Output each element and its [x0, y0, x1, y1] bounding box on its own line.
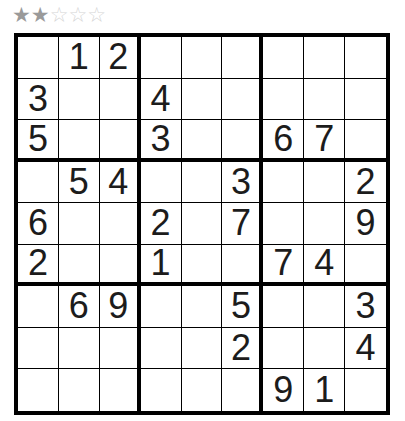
cell-r2c5[interactable] [182, 79, 223, 121]
cell-r8c2[interactable] [59, 328, 100, 370]
cell-r1c4[interactable] [141, 37, 182, 79]
star-empty-icon: ☆ [87, 3, 106, 27]
cell-r6c7[interactable]: 7 [263, 245, 304, 287]
cell-r1c8[interactable] [304, 37, 345, 79]
cell-r9c8[interactable]: 1 [304, 369, 345, 411]
cell-r3c5[interactable] [182, 120, 223, 162]
star-filled-icon: ★ [12, 3, 31, 27]
cell-r1c1[interactable] [18, 37, 59, 79]
cell-r3c8[interactable]: 7 [304, 120, 345, 162]
cell-r7c4[interactable] [141, 286, 182, 328]
cell-r4c7[interactable] [263, 162, 304, 204]
star-empty-icon: ☆ [50, 3, 69, 27]
cell-r2c6[interactable] [222, 79, 263, 121]
cell-r3c6[interactable] [222, 120, 263, 162]
cell-r4c6[interactable]: 3 [222, 162, 263, 204]
cell-r4c5[interactable] [182, 162, 223, 204]
cell-r1c9[interactable] [345, 37, 386, 79]
cell-r4c8[interactable] [304, 162, 345, 204]
cell-r8c9[interactable]: 4 [345, 328, 386, 370]
cell-r8c5[interactable] [182, 328, 223, 370]
cell-r1c7[interactable] [263, 37, 304, 79]
cell-r8c8[interactable] [304, 328, 345, 370]
cell-r1c5[interactable] [182, 37, 223, 79]
cell-r8c4[interactable] [141, 328, 182, 370]
cell-r5c5[interactable] [182, 203, 223, 245]
cell-r1c3[interactable]: 2 [100, 37, 141, 79]
cell-r6c1[interactable]: 2 [18, 245, 59, 287]
cell-r7c5[interactable] [182, 286, 223, 328]
cell-r1c2[interactable]: 1 [59, 37, 100, 79]
cell-r4c9[interactable]: 2 [345, 162, 386, 204]
cell-r9c3[interactable] [100, 369, 141, 411]
cell-r5c7[interactable] [263, 203, 304, 245]
cell-r5c2[interactable] [59, 203, 100, 245]
cell-r3c4[interactable]: 3 [141, 120, 182, 162]
cell-r9c2[interactable] [59, 369, 100, 411]
difficulty-rating: ★★☆☆☆ [12, 3, 106, 27]
cell-r9c6[interactable] [222, 369, 263, 411]
star-empty-icon: ☆ [68, 3, 87, 27]
cell-r7c6[interactable]: 5 [222, 286, 263, 328]
cell-r6c5[interactable] [182, 245, 223, 287]
cell-r5c3[interactable] [100, 203, 141, 245]
cell-r8c6[interactable]: 2 [222, 328, 263, 370]
cell-r4c4[interactable] [141, 162, 182, 204]
sudoku-board: 1234536754326279217469532491 [14, 33, 390, 415]
cell-r5c4[interactable]: 2 [141, 203, 182, 245]
cell-r5c6[interactable]: 7 [222, 203, 263, 245]
cell-r2c8[interactable] [304, 79, 345, 121]
cell-r5c9[interactable]: 9 [345, 203, 386, 245]
cell-r2c7[interactable] [263, 79, 304, 121]
cell-r7c1[interactable] [18, 286, 59, 328]
cell-r9c5[interactable] [182, 369, 223, 411]
cell-r6c6[interactable] [222, 245, 263, 287]
cell-r4c3[interactable]: 4 [100, 162, 141, 204]
cell-r7c8[interactable] [304, 286, 345, 328]
cell-r2c1[interactable]: 3 [18, 79, 59, 121]
cell-r2c9[interactable] [345, 79, 386, 121]
cell-r3c3[interactable] [100, 120, 141, 162]
cell-r3c9[interactable] [345, 120, 386, 162]
cell-r4c2[interactable]: 5 [59, 162, 100, 204]
cell-r5c8[interactable] [304, 203, 345, 245]
cell-r3c1[interactable]: 5 [18, 120, 59, 162]
cell-r9c7[interactable]: 9 [263, 369, 304, 411]
cell-r3c7[interactable]: 6 [263, 120, 304, 162]
cell-r2c2[interactable] [59, 79, 100, 121]
cell-r7c3[interactable]: 9 [100, 286, 141, 328]
cell-r7c2[interactable]: 6 [59, 286, 100, 328]
cell-r9c9[interactable] [345, 369, 386, 411]
cell-r3c2[interactable] [59, 120, 100, 162]
cell-r5c1[interactable]: 6 [18, 203, 59, 245]
cell-r6c9[interactable] [345, 245, 386, 287]
cell-r9c4[interactable] [141, 369, 182, 411]
cell-r2c3[interactable] [100, 79, 141, 121]
cell-r6c3[interactable] [100, 245, 141, 287]
cell-r9c1[interactable] [18, 369, 59, 411]
cell-r2c4[interactable]: 4 [141, 79, 182, 121]
cell-r8c1[interactable] [18, 328, 59, 370]
cell-r4c1[interactable] [18, 162, 59, 204]
cell-r6c8[interactable]: 4 [304, 245, 345, 287]
cell-r1c6[interactable] [222, 37, 263, 79]
cell-r8c3[interactable] [100, 328, 141, 370]
cell-r6c2[interactable] [59, 245, 100, 287]
star-filled-icon: ★ [31, 3, 50, 27]
cell-r7c7[interactable] [263, 286, 304, 328]
cell-r6c4[interactable]: 1 [141, 245, 182, 287]
cell-r7c9[interactable]: 3 [345, 286, 386, 328]
cell-r8c7[interactable] [263, 328, 304, 370]
